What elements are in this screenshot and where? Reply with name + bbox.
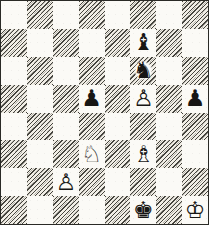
square-d6[interactable]	[79, 57, 105, 85]
square-f8[interactable]	[130, 1, 156, 29]
chess-board: ♝♞♟♙♟♘♗♙♚♔	[0, 0, 209, 225]
square-a5[interactable]	[1, 85, 27, 113]
white-pawn-c2[interactable]: ♙	[53, 170, 78, 195]
square-a4[interactable]	[1, 113, 27, 141]
square-b5[interactable]	[27, 85, 53, 113]
square-g8[interactable]	[156, 1, 182, 29]
square-g4[interactable]	[156, 113, 182, 141]
square-f5[interactable]: ♙	[130, 85, 156, 113]
square-b6[interactable]	[27, 57, 53, 85]
square-e3[interactable]	[105, 140, 131, 168]
square-b2[interactable]	[27, 168, 53, 196]
square-g6[interactable]	[156, 57, 182, 85]
black-pawn-d5[interactable]: ♟	[79, 86, 104, 111]
square-a8[interactable]	[1, 1, 27, 29]
square-h4[interactable]	[182, 113, 208, 141]
square-d1[interactable]	[79, 196, 105, 224]
square-f4[interactable]	[130, 113, 156, 141]
square-h8[interactable]	[182, 1, 208, 29]
square-d5[interactable]: ♟	[79, 85, 105, 113]
square-a3[interactable]	[1, 140, 27, 168]
square-h3[interactable]	[182, 140, 208, 168]
square-f1[interactable]: ♚	[130, 196, 156, 224]
square-e8[interactable]	[105, 1, 131, 29]
chess-diagram: ♝♞♟♙♟♘♗♙♚♔	[0, 0, 209, 225]
square-g1[interactable]	[156, 196, 182, 224]
square-c2[interactable]: ♙	[53, 168, 79, 196]
square-f3[interactable]: ♗	[130, 140, 156, 168]
square-c3[interactable]	[53, 140, 79, 168]
square-a7[interactable]	[1, 29, 27, 57]
square-b8[interactable]	[27, 1, 53, 29]
white-bishop-f3[interactable]: ♗	[131, 142, 156, 167]
black-bishop-f7[interactable]: ♝	[131, 30, 156, 55]
square-e5[interactable]	[105, 85, 131, 113]
black-pawn-h5[interactable]: ♟	[183, 86, 208, 111]
square-b1[interactable]	[27, 196, 53, 224]
square-d2[interactable]	[79, 168, 105, 196]
square-b4[interactable]	[27, 113, 53, 141]
square-d4[interactable]	[79, 113, 105, 141]
white-knight-d3[interactable]: ♘	[79, 142, 104, 167]
square-e7[interactable]	[105, 29, 131, 57]
square-e6[interactable]	[105, 57, 131, 85]
square-h6[interactable]	[182, 57, 208, 85]
square-c1[interactable]	[53, 196, 79, 224]
square-h1[interactable]: ♔	[182, 196, 208, 224]
square-a1[interactable]	[1, 196, 27, 224]
square-b7[interactable]	[27, 29, 53, 57]
square-h7[interactable]	[182, 29, 208, 57]
square-d3[interactable]: ♘	[79, 140, 105, 168]
square-g2[interactable]	[156, 168, 182, 196]
square-b3[interactable]	[27, 140, 53, 168]
square-f6[interactable]: ♞	[130, 57, 156, 85]
square-f7[interactable]: ♝	[130, 29, 156, 57]
square-a2[interactable]	[1, 168, 27, 196]
square-c6[interactable]	[53, 57, 79, 85]
square-c5[interactable]	[53, 85, 79, 113]
square-e1[interactable]	[105, 196, 131, 224]
square-a6[interactable]	[1, 57, 27, 85]
black-king-f1[interactable]: ♚	[131, 198, 156, 223]
square-g7[interactable]	[156, 29, 182, 57]
square-g5[interactable]	[156, 85, 182, 113]
square-c7[interactable]	[53, 29, 79, 57]
square-c8[interactable]	[53, 1, 79, 29]
square-h5[interactable]: ♟	[182, 85, 208, 113]
square-e2[interactable]	[105, 168, 131, 196]
square-e4[interactable]	[105, 113, 131, 141]
square-d8[interactable]	[79, 1, 105, 29]
square-d7[interactable]	[79, 29, 105, 57]
square-f2[interactable]	[130, 168, 156, 196]
square-h2[interactable]	[182, 168, 208, 196]
white-king-h1[interactable]: ♔	[183, 198, 208, 223]
black-knight-f6[interactable]: ♞	[131, 58, 156, 83]
square-g3[interactable]	[156, 140, 182, 168]
square-c4[interactable]	[53, 113, 79, 141]
white-pawn-f5[interactable]: ♙	[131, 86, 156, 111]
